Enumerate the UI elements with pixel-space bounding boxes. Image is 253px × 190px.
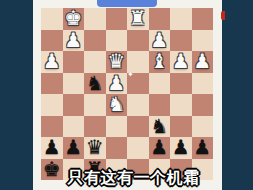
white-pawn: ♟ xyxy=(172,51,190,73)
black-pawn: ♟ xyxy=(43,137,61,159)
white-queen: ♛ xyxy=(107,51,125,73)
black-queen: ♛ xyxy=(86,137,104,159)
white-bishop: ♝ xyxy=(150,51,168,73)
square-f6[interactable]: ♝ xyxy=(149,51,171,73)
square-b2[interactable]: ♟ xyxy=(63,137,85,159)
square-c5[interactable]: ♞ xyxy=(84,73,106,95)
black-pawn: ♟ xyxy=(172,137,190,159)
square-e2[interactable] xyxy=(127,137,149,159)
square-e7[interactable] xyxy=(127,30,149,52)
square-c7[interactable] xyxy=(84,30,106,52)
sparkle-icon: ✦ xyxy=(127,70,134,79)
square-d8[interactable] xyxy=(106,8,128,30)
square-h6[interactable]: ♟ xyxy=(192,51,214,73)
square-d2[interactable] xyxy=(106,137,128,159)
square-f5[interactable] xyxy=(149,73,171,95)
black-knight: ♞ xyxy=(86,72,104,94)
black-pawn: ♟ xyxy=(150,137,168,159)
square-b4[interactable] xyxy=(63,94,85,116)
white-pawn: ♟ xyxy=(64,29,82,51)
square-c8[interactable] xyxy=(84,8,106,30)
square-b6[interactable] xyxy=(63,51,85,73)
square-a6[interactable]: ♟ xyxy=(41,51,63,73)
video-frame: ♚♜♟♟♟♛♝♟♟♞♟♞♞♟♟♛♟♟♟♚♜ ✦ 只有这有一个机霜 xyxy=(0,0,253,190)
square-h2[interactable]: ♟ xyxy=(192,137,214,159)
black-pawn: ♟ xyxy=(193,137,211,159)
chess-board[interactable]: ♚♜♟♟♟♛♝♟♟♞♟♞♞♟♟♛♟♟♟♚♜ xyxy=(41,8,213,180)
square-h4[interactable] xyxy=(192,94,214,116)
square-a5[interactable] xyxy=(41,73,63,95)
square-g6[interactable]: ♟ xyxy=(170,51,192,73)
white-knight: ♞ xyxy=(107,94,125,116)
white-pawn: ♟ xyxy=(193,51,211,73)
square-g4[interactable] xyxy=(170,94,192,116)
left-letterbox xyxy=(0,0,33,190)
square-e8[interactable]: ♜ xyxy=(127,8,149,30)
square-c4[interactable] xyxy=(84,94,106,116)
square-e3[interactable] xyxy=(127,116,149,138)
white-king: ♚ xyxy=(64,8,82,30)
white-pawn: ♟ xyxy=(43,51,61,73)
square-d3[interactable] xyxy=(106,116,128,138)
black-pawn: ♟ xyxy=(64,137,82,159)
white-pawn: ♟ xyxy=(150,29,168,51)
square-e4[interactable] xyxy=(127,94,149,116)
square-g2[interactable]: ♟ xyxy=(170,137,192,159)
white-rook: ♜ xyxy=(129,8,147,30)
square-b7[interactable]: ♟ xyxy=(63,30,85,52)
right-letterbox xyxy=(222,0,253,190)
square-a4[interactable] xyxy=(41,94,63,116)
square-h8[interactable] xyxy=(192,8,214,30)
square-h5[interactable] xyxy=(192,73,214,95)
square-b5[interactable] xyxy=(63,73,85,95)
square-g5[interactable] xyxy=(170,73,192,95)
subtitle-caption: 只有这有一个机霜 xyxy=(7,168,253,189)
black-knight: ♞ xyxy=(150,115,168,137)
square-f2[interactable]: ♟ xyxy=(149,137,171,159)
red-marker-icon xyxy=(221,11,225,20)
square-d4[interactable]: ♞ xyxy=(106,94,128,116)
top-button[interactable] xyxy=(97,0,157,7)
square-g8[interactable] xyxy=(170,8,192,30)
square-a8[interactable] xyxy=(41,8,63,30)
white-pawn: ♟ xyxy=(107,72,125,94)
